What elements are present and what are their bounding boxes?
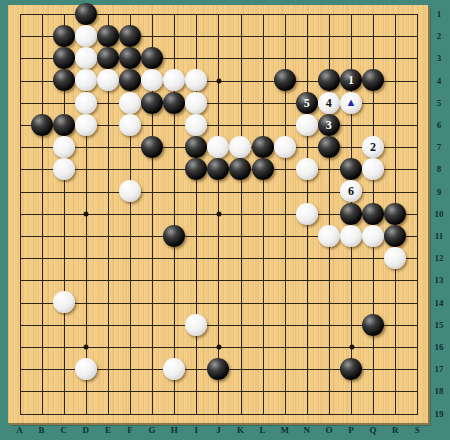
black-stone-G3[interactable]: [141, 47, 163, 69]
intersection-D18[interactable]: [75, 380, 97, 402]
intersection-D13[interactable]: [75, 269, 97, 291]
intersection-S15[interactable]: [406, 313, 428, 335]
intersection-L4[interactable]: [251, 69, 273, 91]
intersection-O14[interactable]: [318, 291, 340, 313]
intersection-R12[interactable]: [384, 247, 406, 269]
intersection-G16[interactable]: [141, 336, 163, 358]
intersection-Q13[interactable]: [362, 269, 384, 291]
intersection-B13[interactable]: [31, 269, 53, 291]
white-stone-R12[interactable]: [384, 247, 406, 269]
intersection-D17[interactable]: [75, 358, 97, 380]
intersection-C15[interactable]: [53, 313, 75, 335]
intersection-I3[interactable]: [185, 47, 207, 69]
intersection-Q5[interactable]: [362, 92, 384, 114]
intersection-P9[interactable]: 6: [340, 180, 362, 202]
intersection-Q6[interactable]: [362, 114, 384, 136]
intersection-N19[interactable]: [296, 402, 318, 424]
intersection-M18[interactable]: [274, 380, 296, 402]
intersection-M9[interactable]: [274, 180, 296, 202]
intersection-J5[interactable]: [207, 92, 229, 114]
intersection-S19[interactable]: [406, 402, 428, 424]
intersection-R10[interactable]: [384, 203, 406, 225]
intersection-D7[interactable]: [75, 136, 97, 158]
intersection-Q16[interactable]: [362, 336, 384, 358]
intersection-D1[interactable]: [75, 3, 97, 25]
black-stone-D1[interactable]: [75, 3, 97, 25]
intersection-K8[interactable]: [229, 158, 251, 180]
intersection-C12[interactable]: [53, 247, 75, 269]
intersection-P11[interactable]: [340, 225, 362, 247]
intersection-A13[interactable]: [8, 269, 30, 291]
intersection-Q12[interactable]: [362, 247, 384, 269]
intersection-B15[interactable]: [31, 313, 53, 335]
intersection-N8[interactable]: [296, 158, 318, 180]
intersection-P19[interactable]: [340, 402, 362, 424]
intersection-Q8[interactable]: [362, 158, 384, 180]
intersection-H11[interactable]: [163, 225, 185, 247]
intersection-C5[interactable]: [53, 92, 75, 114]
white-stone-H4[interactable]: [163, 69, 185, 91]
intersection-I6[interactable]: [185, 114, 207, 136]
white-stone-N8[interactable]: [296, 158, 318, 180]
intersection-J9[interactable]: [207, 180, 229, 202]
intersection-D4[interactable]: [75, 69, 97, 91]
intersection-B4[interactable]: [31, 69, 53, 91]
intersection-D14[interactable]: [75, 291, 97, 313]
white-stone-C8[interactable]: [53, 158, 75, 180]
black-stone-P10[interactable]: [340, 203, 362, 225]
intersection-R15[interactable]: [384, 313, 406, 335]
white-stone-F9[interactable]: [119, 180, 141, 202]
intersection-L16[interactable]: [251, 336, 273, 358]
intersection-O19[interactable]: [318, 402, 340, 424]
intersection-R11[interactable]: [384, 225, 406, 247]
intersection-F16[interactable]: [119, 336, 141, 358]
intersection-N13[interactable]: [296, 269, 318, 291]
intersection-I11[interactable]: [185, 225, 207, 247]
intersection-H14[interactable]: [163, 291, 185, 313]
black-stone-J17[interactable]: [207, 358, 229, 380]
white-stone-N6[interactable]: [296, 114, 318, 136]
intersection-S13[interactable]: [406, 269, 428, 291]
intersection-H5[interactable]: [163, 92, 185, 114]
intersection-L9[interactable]: [251, 180, 273, 202]
intersection-C13[interactable]: [53, 269, 75, 291]
intersection-Q4[interactable]: [362, 69, 384, 91]
intersection-E11[interactable]: [97, 225, 119, 247]
intersection-L14[interactable]: [251, 291, 273, 313]
intersection-L13[interactable]: [251, 269, 273, 291]
intersection-H2[interactable]: [163, 25, 185, 47]
white-stone-D4[interactable]: [75, 69, 97, 91]
intersection-J18[interactable]: [207, 380, 229, 402]
intersection-O11[interactable]: [318, 225, 340, 247]
intersection-E4[interactable]: [97, 69, 119, 91]
intersection-M4[interactable]: [274, 69, 296, 91]
intersection-J13[interactable]: [207, 269, 229, 291]
intersection-K6[interactable]: [229, 114, 251, 136]
white-stone-P11[interactable]: [340, 225, 362, 247]
intersection-H13[interactable]: [163, 269, 185, 291]
intersection-O12[interactable]: [318, 247, 340, 269]
intersection-S3[interactable]: [406, 47, 428, 69]
intersection-J12[interactable]: [207, 247, 229, 269]
intersection-K16[interactable]: [229, 336, 251, 358]
intersection-S5[interactable]: [406, 92, 428, 114]
intersection-E10[interactable]: [97, 203, 119, 225]
intersection-P16[interactable]: [340, 336, 362, 358]
intersection-R16[interactable]: [384, 336, 406, 358]
intersection-C8[interactable]: [53, 158, 75, 180]
black-stone-J8[interactable]: [207, 158, 229, 180]
intersection-M11[interactable]: [274, 225, 296, 247]
intersection-J8[interactable]: [207, 158, 229, 180]
intersection-G15[interactable]: [141, 313, 163, 335]
intersection-E7[interactable]: [97, 136, 119, 158]
intersection-A1[interactable]: [8, 3, 30, 25]
intersection-O4[interactable]: [318, 69, 340, 91]
black-stone-B6[interactable]: [31, 114, 53, 136]
intersection-B2[interactable]: [31, 25, 53, 47]
intersection-A12[interactable]: [8, 247, 30, 269]
intersection-S8[interactable]: [406, 158, 428, 180]
intersection-S11[interactable]: [406, 225, 428, 247]
white-stone-C7[interactable]: [53, 136, 75, 158]
intersection-M16[interactable]: [274, 336, 296, 358]
intersection-N18[interactable]: [296, 380, 318, 402]
intersection-C9[interactable]: [53, 180, 75, 202]
intersection-I18[interactable]: [185, 380, 207, 402]
intersection-L6[interactable]: [251, 114, 273, 136]
intersection-D5[interactable]: [75, 92, 97, 114]
intersection-P12[interactable]: [340, 247, 362, 269]
intersection-I16[interactable]: [185, 336, 207, 358]
intersection-G1[interactable]: [141, 3, 163, 25]
intersection-P6[interactable]: [340, 114, 362, 136]
intersection-G8[interactable]: [141, 158, 163, 180]
intersection-J15[interactable]: [207, 313, 229, 335]
intersection-H12[interactable]: [163, 247, 185, 269]
intersection-Q2[interactable]: [362, 25, 384, 47]
intersection-D8[interactable]: [75, 158, 97, 180]
intersection-D16[interactable]: [75, 336, 97, 358]
intersection-N11[interactable]: [296, 225, 318, 247]
intersection-E12[interactable]: [97, 247, 119, 269]
intersection-C7[interactable]: [53, 136, 75, 158]
intersection-O1[interactable]: [318, 3, 340, 25]
white-stone-Q8[interactable]: [362, 158, 384, 180]
intersection-R3[interactable]: [384, 47, 406, 69]
intersection-Q19[interactable]: [362, 402, 384, 424]
intersection-A10[interactable]: [8, 203, 30, 225]
intersection-A17[interactable]: [8, 358, 30, 380]
intersection-K2[interactable]: [229, 25, 251, 47]
white-stone-P9[interactable]: 6: [340, 180, 362, 202]
intersection-P13[interactable]: [340, 269, 362, 291]
black-stone-Q10[interactable]: [362, 203, 384, 225]
intersection-B3[interactable]: [31, 47, 53, 69]
intersection-I13[interactable]: [185, 269, 207, 291]
intersection-S10[interactable]: [406, 203, 428, 225]
intersection-L5[interactable]: [251, 92, 273, 114]
black-stone-R10[interactable]: [384, 203, 406, 225]
intersection-M6[interactable]: [274, 114, 296, 136]
black-stone-P8[interactable]: [340, 158, 362, 180]
black-stone-G7[interactable]: [141, 136, 163, 158]
black-stone-C3[interactable]: [53, 47, 75, 69]
black-stone-M4[interactable]: [274, 69, 296, 91]
intersection-I17[interactable]: [185, 358, 207, 380]
intersection-S1[interactable]: [406, 3, 428, 25]
intersection-C4[interactable]: [53, 69, 75, 91]
intersection-G14[interactable]: [141, 291, 163, 313]
intersection-F4[interactable]: [119, 69, 141, 91]
intersection-L18[interactable]: [251, 380, 273, 402]
black-stone-I8[interactable]: [185, 158, 207, 180]
intersection-H3[interactable]: [163, 47, 185, 69]
intersection-G12[interactable]: [141, 247, 163, 269]
intersection-K11[interactable]: [229, 225, 251, 247]
black-stone-E3[interactable]: [97, 47, 119, 69]
black-stone-H11[interactable]: [163, 225, 185, 247]
intersection-A2[interactable]: [8, 25, 30, 47]
intersection-E6[interactable]: [97, 114, 119, 136]
intersection-J19[interactable]: [207, 402, 229, 424]
white-stone-D5[interactable]: [75, 92, 97, 114]
intersection-L19[interactable]: [251, 402, 273, 424]
intersection-B6[interactable]: [31, 114, 53, 136]
white-stone-D17[interactable]: [75, 358, 97, 380]
intersection-N9[interactable]: [296, 180, 318, 202]
intersection-I9[interactable]: [185, 180, 207, 202]
black-stone-H5[interactable]: [163, 92, 185, 114]
intersection-M8[interactable]: [274, 158, 296, 180]
intersection-J7[interactable]: [207, 136, 229, 158]
intersection-J6[interactable]: [207, 114, 229, 136]
intersection-R13[interactable]: [384, 269, 406, 291]
intersection-C19[interactable]: [53, 402, 75, 424]
intersection-O13[interactable]: [318, 269, 340, 291]
intersection-N7[interactable]: [296, 136, 318, 158]
intersection-F11[interactable]: [119, 225, 141, 247]
white-stone-Q11[interactable]: [362, 225, 384, 247]
intersection-H1[interactable]: [163, 3, 185, 25]
intersection-S9[interactable]: [406, 180, 428, 202]
intersection-Q9[interactable]: [362, 180, 384, 202]
intersection-F7[interactable]: [119, 136, 141, 158]
intersection-K4[interactable]: [229, 69, 251, 91]
intersection-S6[interactable]: [406, 114, 428, 136]
intersection-I15[interactable]: [185, 313, 207, 335]
intersection-G11[interactable]: [141, 225, 163, 247]
intersection-J17[interactable]: [207, 358, 229, 380]
intersection-M5[interactable]: [274, 92, 296, 114]
intersection-G6[interactable]: [141, 114, 163, 136]
intersection-G2[interactable]: [141, 25, 163, 47]
intersection-J4[interactable]: [207, 69, 229, 91]
intersection-E14[interactable]: [97, 291, 119, 313]
intersection-D15[interactable]: [75, 313, 97, 335]
intersection-G10[interactable]: [141, 203, 163, 225]
intersection-R4[interactable]: [384, 69, 406, 91]
intersection-R17[interactable]: [384, 358, 406, 380]
intersection-R5[interactable]: [384, 92, 406, 114]
intersection-M7[interactable]: [274, 136, 296, 158]
black-stone-O6[interactable]: 3: [318, 114, 340, 136]
intersection-H4[interactable]: [163, 69, 185, 91]
intersection-L8[interactable]: [251, 158, 273, 180]
intersection-A16[interactable]: [8, 336, 30, 358]
intersection-O17[interactable]: [318, 358, 340, 380]
intersection-M1[interactable]: [274, 3, 296, 25]
intersection-B14[interactable]: [31, 291, 53, 313]
intersection-C2[interactable]: [53, 25, 75, 47]
intersection-H17[interactable]: [163, 358, 185, 380]
intersection-J11[interactable]: [207, 225, 229, 247]
intersection-A15[interactable]: [8, 313, 30, 335]
intersection-S7[interactable]: [406, 136, 428, 158]
intersection-F10[interactable]: [119, 203, 141, 225]
intersection-E5[interactable]: [97, 92, 119, 114]
intersection-M13[interactable]: [274, 269, 296, 291]
intersection-K14[interactable]: [229, 291, 251, 313]
intersection-F15[interactable]: [119, 313, 141, 335]
intersection-O9[interactable]: [318, 180, 340, 202]
intersection-N3[interactable]: [296, 47, 318, 69]
intersection-K7[interactable]: [229, 136, 251, 158]
intersection-E16[interactable]: [97, 336, 119, 358]
intersection-A11[interactable]: [8, 225, 30, 247]
intersection-K10[interactable]: [229, 203, 251, 225]
intersection-R18[interactable]: [384, 380, 406, 402]
intersection-F12[interactable]: [119, 247, 141, 269]
intersection-G9[interactable]: [141, 180, 163, 202]
intersection-H18[interactable]: [163, 380, 185, 402]
white-stone-I5[interactable]: [185, 92, 207, 114]
intersection-B11[interactable]: [31, 225, 53, 247]
intersection-O6[interactable]: 3: [318, 114, 340, 136]
intersection-A14[interactable]: [8, 291, 30, 313]
intersection-D9[interactable]: [75, 180, 97, 202]
intersection-E9[interactable]: [97, 180, 119, 202]
white-stone-E4[interactable]: [97, 69, 119, 91]
intersection-P15[interactable]: [340, 313, 362, 335]
intersection-P14[interactable]: [340, 291, 362, 313]
intersection-P4[interactable]: 1: [340, 69, 362, 91]
intersection-O5[interactable]: 4: [318, 92, 340, 114]
intersection-J10[interactable]: [207, 203, 229, 225]
intersection-N4[interactable]: [296, 69, 318, 91]
white-stone-G4[interactable]: [141, 69, 163, 91]
intersection-A18[interactable]: [8, 380, 30, 402]
intersection-A4[interactable]: [8, 69, 30, 91]
intersection-E18[interactable]: [97, 380, 119, 402]
intersection-G18[interactable]: [141, 380, 163, 402]
intersection-G17[interactable]: [141, 358, 163, 380]
intersection-B19[interactable]: [31, 402, 53, 424]
intersection-L10[interactable]: [251, 203, 273, 225]
intersection-A7[interactable]: [8, 136, 30, 158]
intersection-F18[interactable]: [119, 380, 141, 402]
intersection-E19[interactable]: [97, 402, 119, 424]
intersection-N1[interactable]: [296, 3, 318, 25]
intersection-E17[interactable]: [97, 358, 119, 380]
intersection-K15[interactable]: [229, 313, 251, 335]
intersection-R1[interactable]: [384, 3, 406, 25]
intersection-J1[interactable]: [207, 3, 229, 25]
intersection-M10[interactable]: [274, 203, 296, 225]
intersection-I2[interactable]: [185, 25, 207, 47]
intersection-A6[interactable]: [8, 114, 30, 136]
intersection-N5[interactable]: 5: [296, 92, 318, 114]
intersection-H8[interactable]: [163, 158, 185, 180]
intersection-Q10[interactable]: [362, 203, 384, 225]
black-stone-Q4[interactable]: [362, 69, 384, 91]
intersection-I4[interactable]: [185, 69, 207, 91]
intersection-N10[interactable]: [296, 203, 318, 225]
intersection-Q17[interactable]: [362, 358, 384, 380]
black-stone-F3[interactable]: [119, 47, 141, 69]
black-stone-R11[interactable]: [384, 225, 406, 247]
intersection-F5[interactable]: [119, 92, 141, 114]
intersection-C14[interactable]: [53, 291, 75, 313]
black-stone-C4[interactable]: [53, 69, 75, 91]
intersection-O10[interactable]: [318, 203, 340, 225]
intersection-D3[interactable]: [75, 47, 97, 69]
intersection-F2[interactable]: [119, 25, 141, 47]
intersection-Q15[interactable]: [362, 313, 384, 335]
intersection-E1[interactable]: [97, 3, 119, 25]
white-stone-I6[interactable]: [185, 114, 207, 136]
intersection-G4[interactable]: [141, 69, 163, 91]
intersection-C17[interactable]: [53, 358, 75, 380]
intersection-E2[interactable]: [97, 25, 119, 47]
intersection-H7[interactable]: [163, 136, 185, 158]
intersection-R14[interactable]: [384, 291, 406, 313]
intersection-S4[interactable]: [406, 69, 428, 91]
intersection-M14[interactable]: [274, 291, 296, 313]
intersection-B17[interactable]: [31, 358, 53, 380]
intersection-K12[interactable]: [229, 247, 251, 269]
intersection-A8[interactable]: [8, 158, 30, 180]
intersection-C11[interactable]: [53, 225, 75, 247]
white-stone-P5[interactable]: ▲: [340, 92, 362, 114]
intersection-G7[interactable]: [141, 136, 163, 158]
intersection-B8[interactable]: [31, 158, 53, 180]
intersection-L7[interactable]: [251, 136, 273, 158]
black-stone-O4[interactable]: [318, 69, 340, 91]
intersection-H10[interactable]: [163, 203, 185, 225]
intersection-M15[interactable]: [274, 313, 296, 335]
black-stone-N5[interactable]: 5: [296, 92, 318, 114]
intersection-N16[interactable]: [296, 336, 318, 358]
intersection-F8[interactable]: [119, 158, 141, 180]
intersection-S12[interactable]: [406, 247, 428, 269]
black-stone-F4[interactable]: [119, 69, 141, 91]
intersection-A3[interactable]: [8, 47, 30, 69]
white-stone-F6[interactable]: [119, 114, 141, 136]
intersection-M3[interactable]: [274, 47, 296, 69]
intersection-H6[interactable]: [163, 114, 185, 136]
intersection-I12[interactable]: [185, 247, 207, 269]
intersection-O7[interactable]: [318, 136, 340, 158]
intersection-O2[interactable]: [318, 25, 340, 47]
intersection-C3[interactable]: [53, 47, 75, 69]
intersection-L11[interactable]: [251, 225, 273, 247]
intersection-S16[interactable]: [406, 336, 428, 358]
intersection-A19[interactable]: [8, 402, 30, 424]
intersection-I10[interactable]: [185, 203, 207, 225]
